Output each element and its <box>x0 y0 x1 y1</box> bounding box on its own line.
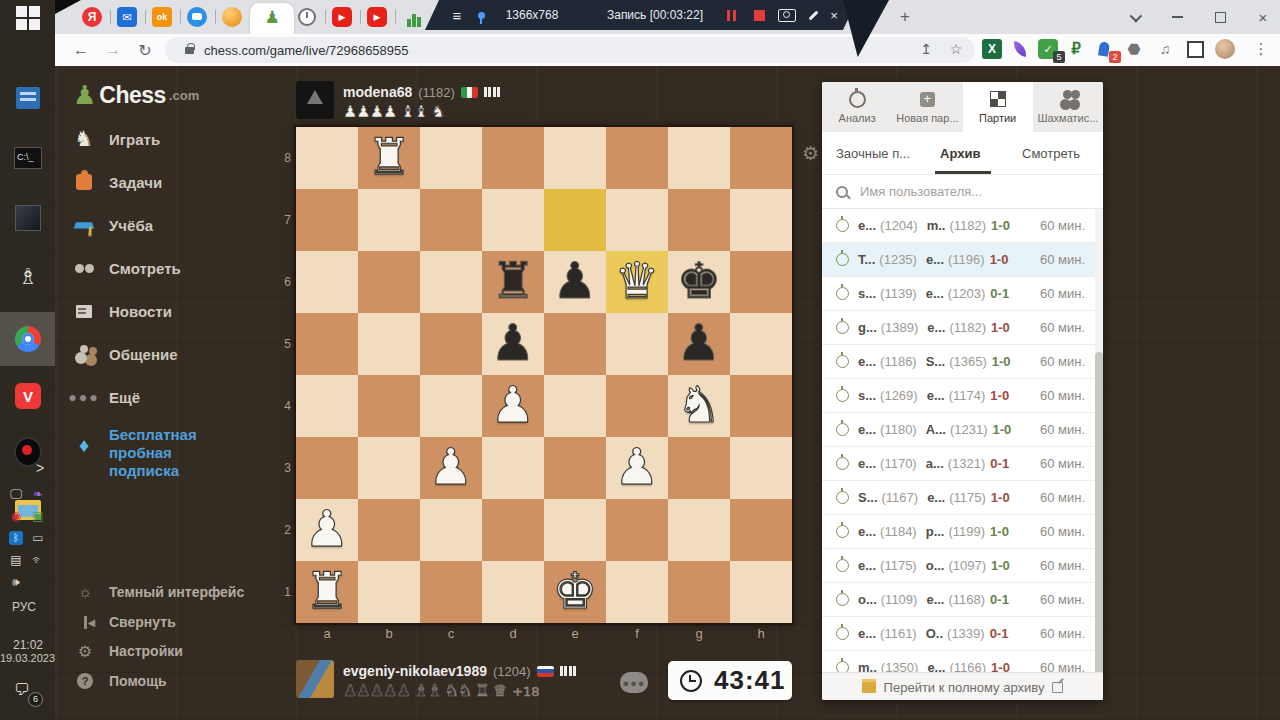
sidebar-item-learn[interactable]: Учёба <box>73 208 273 242</box>
recorder-screenshot-button[interactable] <box>777 0 797 30</box>
tab-stats-icon[interactable] <box>404 7 424 27</box>
chesscom-logo[interactable]: ♟ Chess .com <box>73 80 199 110</box>
game-row[interactable]: e...(1175)o...(1097)1-060 мин. <box>822 549 1095 583</box>
white-rating: (1139) <box>880 286 917 301</box>
opponent-rating: (1182) <box>418 85 455 100</box>
ext-ruble-icon[interactable]: ₽ <box>1066 39 1086 59</box>
recorder-pause-button[interactable] <box>723 0 739 30</box>
game-result: 0-1 <box>990 626 1009 641</box>
player-info: evgeniy-nikolaev1989 (1204) <box>343 663 576 679</box>
piece-wK-e1[interactable]: ♚ <box>544 561 606 623</box>
recorder-close-button[interactable]: × <box>827 0 841 30</box>
share-icon[interactable]: ↥ <box>915 38 937 60</box>
rank-label-1: 1 <box>277 561 291 623</box>
board-settings-gear-icon[interactable]: ⚙ <box>802 142 819 164</box>
screen: C:\_ ♗ V > 🖵 ❧ ◉ ▣ ᛒ ▭ ▤ ᯤ 🕪 РУС 21:02 1… <box>0 0 1280 720</box>
square-d7[interactable] <box>482 189 544 251</box>
timer-icon <box>836 253 849 266</box>
sidebar-help[interactable]: ? Помощь <box>75 668 275 694</box>
game-row[interactable]: m..(1350)e...(1166)1-060 мин. <box>822 651 1095 672</box>
white-player: o... <box>858 592 877 607</box>
square-g8[interactable] <box>668 127 730 189</box>
square-f2[interactable] <box>606 499 668 561</box>
tab-youtube2-icon[interactable]: ▶ <box>367 7 387 27</box>
black-player: A... <box>926 422 946 437</box>
black-player: e... <box>927 388 945 403</box>
game-row[interactable]: S...(1167)e...(1175)1-060 мин. <box>822 481 1095 515</box>
white-player: e... <box>858 422 876 437</box>
tab-sphere-icon[interactable] <box>222 7 242 27</box>
piece-wR-a1[interactable]: ♜ <box>296 561 358 623</box>
piece-wP-c3[interactable]: ♟ <box>420 437 482 499</box>
game-row[interactable]: o...(1109)e...(1168)0-160 мин. <box>822 583 1095 617</box>
square-a8[interactable] <box>296 127 358 189</box>
player-rating: (1204) <box>493 664 531 679</box>
subtab-daily[interactable]: Заочные п... <box>836 132 910 174</box>
timer-icon <box>836 423 849 436</box>
black-player: e... <box>927 660 945 672</box>
white-player: s... <box>858 286 876 301</box>
square-c8[interactable] <box>420 127 482 189</box>
square-g6[interactable]: ♚ <box>668 251 730 313</box>
plus-icon: + <box>920 91 935 108</box>
white-rating: (1350) <box>881 660 919 672</box>
browser-menu-kebab[interactable]: ⋮ <box>1251 39 1271 59</box>
player-captured-pieces: ♟♟♟♟♟ ♝♝ ♞♞ ♜ ♛+18 <box>343 681 540 700</box>
square-f5[interactable] <box>606 313 668 375</box>
time-control: 60 мин. <box>1040 660 1085 672</box>
game-row[interactable]: e...(1161)O..(1339)0-160 мин. <box>822 617 1095 651</box>
piece-bP-g5[interactable]: ♟ <box>668 313 730 375</box>
square-b1[interactable] <box>358 561 420 623</box>
square-g7[interactable] <box>668 189 730 251</box>
tab-new-game[interactable]: + Новая пар... <box>892 82 962 132</box>
sidebar-item-more[interactable]: ●●● Ещё <box>73 380 273 414</box>
ext-ribbon-icon[interactable]: 2 <box>1094 39 1114 59</box>
tab-players[interactable]: Шахматис... <box>1033 82 1103 132</box>
black-player: O.. <box>926 626 943 641</box>
panel-tabs: Анализ + Новая пар... Партии Шахматис... <box>822 82 1103 132</box>
square-f4[interactable] <box>606 375 668 437</box>
tray-volume-icon[interactable]: 🕪 <box>8 574 24 590</box>
tab-games[interactable]: Партии <box>963 82 1033 132</box>
time-control: 60 мин. <box>1040 354 1085 369</box>
new-tab-button[interactable]: + <box>895 7 915 27</box>
game-result: 1-0 <box>991 490 1010 505</box>
clock-icon <box>680 670 702 692</box>
game-row[interactable]: e...(1180)A...(1231)1-060 мин. <box>822 413 1095 447</box>
file-label-d: d <box>482 626 544 641</box>
game-row[interactable]: e...(1170)a...(1321)0-160 мин. <box>822 447 1095 481</box>
file-label-f: f <box>606 626 668 641</box>
square-a1[interactable]: ♜ <box>296 561 358 623</box>
scrollbar-thumb[interactable] <box>1095 352 1103 700</box>
italy-flag-icon <box>461 87 478 98</box>
black-player: e... <box>927 320 945 335</box>
square-g3[interactable] <box>668 437 730 499</box>
square-b4[interactable] <box>358 375 420 437</box>
white-player: e... <box>858 354 876 369</box>
game-result: 1-0 <box>991 660 1010 672</box>
square-d2[interactable] <box>482 499 544 561</box>
time-control: 60 мин. <box>1040 558 1085 573</box>
black-rating: (1097) <box>948 558 986 573</box>
white-rating: (1235) <box>879 252 917 267</box>
square-a7[interactable] <box>296 189 358 251</box>
white-rating: (1184) <box>880 524 917 539</box>
square-e5[interactable] <box>544 313 606 375</box>
start-button[interactable] <box>14 4 42 32</box>
rank-label-3: 3 <box>277 437 291 499</box>
time-control: 60 мин. <box>1040 592 1085 607</box>
white-rating: (1389) <box>881 320 919 335</box>
search-icon <box>836 186 848 198</box>
square-d8[interactable] <box>482 127 544 189</box>
address-bar[interactable]: chess.com/game/live/72968658955 <box>165 37 975 63</box>
piece-wP-d4[interactable]: ♟ <box>482 375 544 437</box>
square-d1[interactable] <box>482 561 544 623</box>
square-d3[interactable] <box>482 437 544 499</box>
graduation-cap-icon <box>73 221 95 229</box>
sidebar-item-puzzles[interactable]: Задачи <box>73 165 273 199</box>
square-e3[interactable] <box>544 437 606 499</box>
file-label-e: e <box>544 626 606 641</box>
square-g4[interactable]: ♞ <box>668 375 730 437</box>
search-row[interactable]: Имя пользователя... <box>822 175 1103 209</box>
sidebar-settings[interactable]: ⚙ Настройки <box>75 638 275 664</box>
recorder-resolution: 1366x768 <box>497 0 567 30</box>
tray-record-icon[interactable]: ◉ <box>8 508 24 524</box>
restore-button[interactable] <box>1211 8 1229 26</box>
square-f1[interactable] <box>606 561 668 623</box>
square-c5[interactable] <box>420 313 482 375</box>
game-row[interactable]: e...(1204)m..(1182)1-060 мин. <box>822 209 1095 243</box>
black-rating: (1196) <box>948 252 985 267</box>
white-player: e... <box>858 626 876 641</box>
free-trial-link[interactable]: ♦ Бесплатная пробная подписка <box>73 426 273 486</box>
time-control: 60 мин. <box>1040 626 1085 641</box>
windows-logo-icon <box>16 6 40 30</box>
square-b2[interactable] <box>358 499 420 561</box>
square-e2[interactable] <box>544 499 606 561</box>
white-rating: (1204) <box>880 218 918 233</box>
ext-spreadsheet-icon[interactable]: X <box>982 39 1002 59</box>
taskbar-wordpad-icon[interactable] <box>14 84 42 112</box>
square-b6[interactable] <box>358 251 420 313</box>
player-clock: 43:41 <box>668 661 792 700</box>
square-b8[interactable]: ♜ <box>358 127 420 189</box>
white-rating: (1109) <box>881 592 918 607</box>
sidebar-item-news[interactable]: Новости <box>73 294 273 328</box>
square-d4[interactable]: ♟ <box>482 375 544 437</box>
game-result: 0-1 <box>990 592 1009 607</box>
sidebar-item-watch[interactable]: Смотреть <box>73 251 273 285</box>
notification-badge: 6 <box>28 692 43 707</box>
game-result: 1-0 <box>992 354 1011 369</box>
game-result: 0-1 <box>990 286 1009 301</box>
archive-box-icon <box>862 682 876 693</box>
recorder-menu-icon[interactable]: ≡ <box>447 0 467 30</box>
file-label-c: c <box>420 626 482 641</box>
white-rating: (1186) <box>880 354 917 369</box>
game-panel: Анализ + Новая пар... Партии Шахматис... <box>822 82 1103 700</box>
square-h8[interactable] <box>730 127 792 189</box>
black-player: m.. <box>927 218 946 233</box>
square-h1[interactable] <box>730 561 792 623</box>
game-row[interactable]: s...(1269)e...(1174)1-060 мин. <box>822 379 1095 413</box>
tab-mail-icon[interactable]: ✉ <box>117 7 137 27</box>
square-e8[interactable] <box>544 127 606 189</box>
extensions-puzzle-icon[interactable]: ⬣ <box>1124 39 1144 59</box>
square-b7[interactable] <box>358 189 420 251</box>
players-icon <box>1063 91 1072 108</box>
file-labels: abcdefgh <box>296 626 792 641</box>
subtab-archive[interactable]: Архив <box>940 132 980 174</box>
square-h6[interactable] <box>730 251 792 313</box>
ext-shield-icon[interactable]: ✓5 <box>1038 39 1058 59</box>
scrollbar-track[interactable] <box>1095 209 1103 672</box>
rank-label-7: 7 <box>277 189 291 251</box>
square-e7[interactable] <box>544 189 606 251</box>
chesscom-pawn-icon: ♟ <box>262 7 282 27</box>
minimize-button[interactable] <box>1168 8 1186 26</box>
square-a4[interactable] <box>296 375 358 437</box>
square-c2[interactable] <box>420 499 482 561</box>
black-rating: (1175) <box>949 490 986 505</box>
square-f8[interactable] <box>606 127 668 189</box>
square-a5[interactable] <box>296 313 358 375</box>
chat-bubble-icon[interactable]: ●●● <box>620 672 648 693</box>
time-control: 60 мин. <box>1040 286 1085 301</box>
square-h5[interactable] <box>730 313 792 375</box>
black-rating: (1182) <box>949 218 986 233</box>
white-rating: (1167) <box>882 490 919 505</box>
square-f3[interactable]: ♟ <box>606 437 668 499</box>
game-row[interactable]: s...(1139)e...(1203)0-160 мин. <box>822 277 1095 311</box>
ext-reader-icon[interactable] <box>1185 39 1205 59</box>
tab-youtube-icon[interactable]: ▶ <box>332 7 352 27</box>
piece-wR-b8[interactable]: ♜ <box>358 127 420 189</box>
white-rating: (1180) <box>880 422 917 437</box>
black-player: p... <box>926 524 945 539</box>
rank-label-6: 6 <box>277 251 291 313</box>
time-control: 60 мин. <box>1040 490 1085 505</box>
bookmark-star-icon[interactable]: ☆ <box>945 38 967 60</box>
tab-search-chevron[interactable] <box>1125 8 1143 26</box>
white-player: e... <box>858 456 876 471</box>
square-c4[interactable] <box>420 375 482 437</box>
opponent-name[interactable]: modena68 <box>343 84 412 100</box>
opponent-captured-pieces: ♟♟♟♟ ♝♝ ♞ <box>343 102 445 121</box>
tray-clock[interactable]: 21:02 <box>13 638 43 652</box>
player-name[interactable]: evgeniy-nikolaev1989 <box>343 663 487 679</box>
taskbar-chrome-icon[interactable] <box>14 325 42 353</box>
white-player: S... <box>858 490 878 505</box>
tray-bluetooth-icon[interactable]: ᛒ <box>8 530 24 546</box>
square-g2[interactable] <box>668 499 730 561</box>
square-a6[interactable] <box>296 251 358 313</box>
white-player: e... <box>858 558 876 573</box>
black-player: o... <box>926 558 945 573</box>
tab-timer-icon[interactable] <box>297 7 317 27</box>
question-icon: ? <box>75 673 95 689</box>
black-rating: (1203) <box>948 286 986 301</box>
tab-yandex-icon[interactable]: Я <box>82 7 102 27</box>
black-rating: (1199) <box>948 524 985 539</box>
tab-messenger-icon[interactable] <box>187 7 207 27</box>
taskbar-image-icon[interactable] <box>14 204 42 232</box>
language-indicator[interactable]: РУС <box>12 600 36 614</box>
square-e4[interactable] <box>544 375 606 437</box>
game-row[interactable]: g...(1389)e...(1182)1-060 мин. <box>822 311 1095 345</box>
rank-label-8: 8 <box>277 127 291 189</box>
game-row[interactable]: e...(1184)p...(1199)1-060 мин. <box>822 515 1095 549</box>
sidebar-item-social[interactable]: Общение <box>73 337 273 371</box>
game-result: 1-0 <box>990 388 1009 403</box>
external-link-icon <box>1052 682 1063 693</box>
game-result: 1-0 <box>991 558 1010 573</box>
square-b5[interactable] <box>358 313 420 375</box>
black-rating: (1174) <box>949 388 986 403</box>
timer-icon <box>836 457 849 470</box>
connection-bars-icon <box>484 87 501 97</box>
square-e6[interactable]: ♟ <box>544 251 606 313</box>
square-h4[interactable] <box>730 375 792 437</box>
connection-bars-icon <box>560 666 577 676</box>
recorder-draw-button[interactable] <box>805 0 821 30</box>
profile-avatar[interactable] <box>1215 39 1235 59</box>
full-archive-link[interactable]: Перейти к полному архиву <box>822 672 1103 700</box>
square-d6[interactable]: ♜ <box>482 251 544 313</box>
player-avatar[interactable] <box>296 660 334 698</box>
piece-bP-d5[interactable]: ♟ <box>482 313 544 375</box>
sidebar-dark-mode[interactable]: ☼ Темный интерфейс <box>75 579 275 605</box>
time-control: 60 мин. <box>1040 524 1085 539</box>
reload-button[interactable]: ↻ <box>133 38 157 62</box>
black-rating: (1231) <box>950 422 988 437</box>
timer-icon <box>836 287 849 300</box>
tray-expand-icon[interactable]: > <box>32 460 48 476</box>
logo-pawn-icon: ♟ <box>73 80 96 110</box>
taskbar-vivaldi-icon[interactable]: V <box>14 382 42 410</box>
tray-green-app-icon[interactable]: ▣ <box>30 508 46 524</box>
black-rating: (1365) <box>949 354 987 369</box>
recorder-stop-button[interactable] <box>751 0 767 30</box>
square-c1[interactable] <box>420 561 482 623</box>
square-g1[interactable] <box>668 561 730 623</box>
square-e1[interactable]: ♚ <box>544 561 606 623</box>
piece-bP-e6[interactable]: ♟ <box>544 251 606 313</box>
square-h3[interactable] <box>730 437 792 499</box>
piece-wP-a2[interactable]: ♟ <box>296 499 358 561</box>
back-button[interactable]: ← <box>69 38 93 62</box>
game-result: 1-0 <box>990 252 1009 267</box>
game-row[interactable]: e...(1186)S...(1365)1-060 мин. <box>822 345 1095 379</box>
game-row[interactable]: T...(1235)e...(1196)1-060 мин. <box>822 243 1095 277</box>
games-list: e...(1204)m..(1182)1-060 мин.T...(1235)e… <box>822 209 1095 672</box>
square-f7[interactable] <box>606 189 668 251</box>
active-subtab-underline <box>935 171 991 174</box>
sidebar-item-play[interactable]: ♞ Играть <box>73 122 273 156</box>
square-d5[interactable]: ♟ <box>482 313 544 375</box>
square-g5[interactable]: ♟ <box>668 313 730 375</box>
ext-music-icon[interactable]: ♫ <box>1155 39 1175 59</box>
game-result: 1-0 <box>990 524 1009 539</box>
tray-battery-icon[interactable]: ▭ <box>30 530 46 546</box>
subtab-watch[interactable]: Смотреть <box>1022 132 1080 174</box>
taskbar-terminal-icon[interactable]: C:\_ <box>14 144 42 172</box>
sidebar-collapse[interactable]: Свернуть <box>75 609 275 635</box>
square-h2[interactable] <box>730 499 792 561</box>
file-label-g: g <box>668 626 730 641</box>
piece-bK-g6[interactable]: ♚ <box>668 251 730 313</box>
binoculars-icon <box>73 264 95 273</box>
file-label-h: h <box>730 626 792 641</box>
black-player: a... <box>926 456 944 471</box>
search-input[interactable]: Имя пользователя... <box>860 184 982 199</box>
white-rating: (1161) <box>880 626 917 641</box>
square-b3[interactable] <box>358 437 420 499</box>
forward-button[interactable]: → <box>101 38 125 62</box>
tray-feather-icon[interactable]: ❧ <box>30 486 46 502</box>
timer-icon <box>836 627 849 640</box>
timer-icon <box>836 525 849 538</box>
close-button[interactable]: × <box>1254 8 1272 26</box>
black-rating: (1182) <box>949 320 986 335</box>
white-player: m.. <box>858 660 877 672</box>
ext-feather-icon[interactable] <box>1010 39 1030 59</box>
chess-board: ♜♜♟♛♚♟♟♟♞♟♟♟♜♚ <box>296 127 792 623</box>
white-player: e... <box>858 218 876 233</box>
game-result: 1-0 <box>993 422 1012 437</box>
piece-bR-d6[interactable]: ♜ <box>482 251 544 313</box>
brightness-icon: ☼ <box>75 583 95 601</box>
material-advantage: +18 <box>512 684 539 699</box>
opponent-avatar[interactable] <box>296 81 334 119</box>
russia-flag-icon <box>537 666 554 677</box>
tray-display-icon[interactable]: 🖵 <box>8 486 24 502</box>
tray-date[interactable]: 19.03.2023 <box>0 652 55 664</box>
piece-wN-g4[interactable]: ♞ <box>668 375 730 437</box>
timer-icon <box>836 389 849 402</box>
tray-wifi-icon[interactable]: ᯤ <box>30 552 46 568</box>
square-h7[interactable] <box>730 189 792 251</box>
tray-keyboard-icon[interactable]: ▤ <box>8 552 24 568</box>
chesscom-page: ♟ Chess .com ♞ Играть Задачи Учёба Смотр… <box>55 66 1280 720</box>
square-a3[interactable] <box>296 437 358 499</box>
time-control: 60 мин. <box>1040 388 1085 403</box>
game-result: 0-1 <box>990 456 1009 471</box>
white-rating: (1269) <box>880 388 918 403</box>
taskbar-chess-app-icon[interactable]: ♗ <box>14 262 42 290</box>
square-c6[interactable] <box>420 251 482 313</box>
newspaper-icon <box>73 305 95 318</box>
square-c7[interactable] <box>420 189 482 251</box>
square-f6[interactable]: ♛ <box>606 251 668 313</box>
rank-label-5: 5 <box>277 313 291 375</box>
piece-wP-f3[interactable]: ♟ <box>606 437 668 499</box>
board-icon <box>990 91 1006 108</box>
tab-ok-icon[interactable]: ok <box>152 7 172 27</box>
piece-wQ-f6[interactable]: ♛ <box>606 251 668 313</box>
game-result: 1-0 <box>991 320 1010 335</box>
square-c3[interactable]: ♟ <box>420 437 482 499</box>
recorder-pin-icon[interactable] <box>473 0 489 30</box>
lock-icon <box>185 47 194 54</box>
square-a2[interactable]: ♟ <box>296 499 358 561</box>
tab-analysis[interactable]: Анализ <box>822 82 892 132</box>
knight-icon: ♞ <box>73 127 95 151</box>
